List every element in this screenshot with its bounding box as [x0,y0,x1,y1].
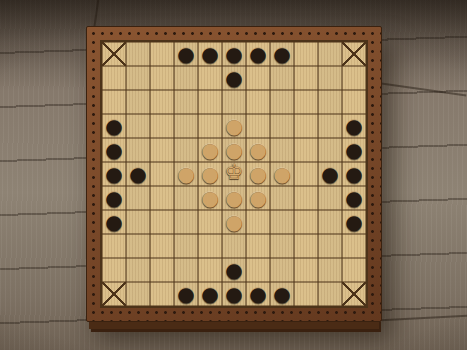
cell-a3[interactable] [102,234,126,258]
defender-piece-g6[interactable]: ● [249,164,266,184]
cell-c4[interactable] [150,210,174,234]
cell-b10[interactable] [126,66,150,90]
cell-f5[interactable]: ● [222,186,246,210]
defender-piece-f8[interactable]: ● [225,116,242,136]
cell-g10[interactable] [246,66,270,90]
cell-e1[interactable]: ● [198,282,222,306]
cell-g5[interactable]: ● [246,186,270,210]
cell-c9[interactable] [150,90,174,114]
cell-j1[interactable] [318,282,342,306]
cell-d8[interactable] [174,114,198,138]
cell-f3[interactable] [222,234,246,258]
cell-c10[interactable] [150,66,174,90]
cell-k10[interactable] [342,66,366,90]
cell-b3[interactable] [126,234,150,258]
cell-k3[interactable] [342,234,366,258]
cell-a11[interactable] [102,42,126,66]
cell-d9[interactable] [174,90,198,114]
cell-j8[interactable] [318,114,342,138]
attacker-piece-k7[interactable]: ● [345,140,362,160]
cell-a5[interactable]: ● [102,186,126,210]
cell-b5[interactable] [126,186,150,210]
cell-c5[interactable] [150,186,174,210]
attacker-piece-g1[interactable]: ● [249,284,266,304]
attacker-piece-a7[interactable]: ● [105,140,122,160]
cell-j11[interactable] [318,42,342,66]
attacker-piece-a8[interactable]: ● [105,116,122,136]
cell-e8[interactable] [198,114,222,138]
defender-piece-f4[interactable]: ● [225,212,242,232]
cell-g8[interactable] [246,114,270,138]
cell-e11[interactable]: ● [198,42,222,66]
cell-k11[interactable] [342,42,366,66]
cell-c8[interactable] [150,114,174,138]
cell-i6[interactable] [294,162,318,186]
cell-i11[interactable] [294,42,318,66]
cell-f4[interactable]: ● [222,210,246,234]
defender-piece-h6[interactable]: ● [273,164,290,184]
cell-d10[interactable] [174,66,198,90]
cell-e7[interactable]: ● [198,138,222,162]
cell-j2[interactable] [318,258,342,282]
cell-g4[interactable] [246,210,270,234]
cell-d11[interactable]: ● [174,42,198,66]
attacker-piece-f2[interactable]: ● [225,260,242,280]
cell-c7[interactable] [150,138,174,162]
cell-b1[interactable] [126,282,150,306]
cell-i5[interactable] [294,186,318,210]
photo-scene: ●●●●●●●●●●●●●●●●●●♚●●●●●●●●●●●●●●●●●● [0,0,467,350]
cell-e6[interactable]: ● [198,162,222,186]
cell-g9[interactable] [246,90,270,114]
cell-h2[interactable] [270,258,294,282]
cell-a2[interactable] [102,258,126,282]
cell-i1[interactable] [294,282,318,306]
attacker-piece-j6[interactable]: ● [321,164,338,184]
cell-c6[interactable] [150,162,174,186]
cell-j5[interactable] [318,186,342,210]
cell-k2[interactable] [342,258,366,282]
cell-f10[interactable]: ● [222,66,246,90]
cell-i10[interactable] [294,66,318,90]
cell-a8[interactable]: ● [102,114,126,138]
cell-h8[interactable] [270,114,294,138]
cell-h7[interactable] [270,138,294,162]
cell-c3[interactable] [150,234,174,258]
cell-j4[interactable] [318,210,342,234]
cell-j10[interactable] [318,66,342,90]
attacker-piece-e1[interactable]: ● [201,284,218,304]
cell-g11[interactable]: ● [246,42,270,66]
cell-e3[interactable] [198,234,222,258]
cell-a10[interactable] [102,66,126,90]
cell-k1[interactable] [342,282,366,306]
cell-f2[interactable]: ● [222,258,246,282]
cell-d3[interactable] [174,234,198,258]
attacker-piece-g11[interactable]: ● [249,44,266,64]
attacker-piece-k5[interactable]: ● [345,188,362,208]
attacker-piece-b6[interactable]: ● [129,164,146,184]
cell-b9[interactable] [126,90,150,114]
cell-h10[interactable] [270,66,294,90]
cell-a6[interactable]: ● [102,162,126,186]
attacker-piece-e11[interactable]: ● [201,44,218,64]
cell-g3[interactable] [246,234,270,258]
cell-b2[interactable] [126,258,150,282]
attacker-piece-h11[interactable]: ● [273,44,290,64]
defender-piece-g7[interactable]: ● [249,140,266,160]
cell-g6[interactable]: ● [246,162,270,186]
cell-d2[interactable] [174,258,198,282]
cell-b8[interactable] [126,114,150,138]
cell-i4[interactable] [294,210,318,234]
cell-c11[interactable] [150,42,174,66]
hnefatafl-board: ●●●●●●●●●●●●●●●●●●♚●●●●●●●●●●●●●●●●●● [86,26,382,322]
attacker-piece-f11[interactable]: ● [225,44,242,64]
attacker-piece-a6[interactable]: ● [105,164,122,184]
cell-e9[interactable] [198,90,222,114]
cell-h6[interactable]: ● [270,162,294,186]
cell-j6[interactable]: ● [318,162,342,186]
attacker-piece-a5[interactable]: ● [105,188,122,208]
cell-h4[interactable] [270,210,294,234]
cell-k7[interactable]: ● [342,138,366,162]
cell-h1[interactable]: ● [270,282,294,306]
cell-i2[interactable] [294,258,318,282]
cell-d5[interactable] [174,186,198,210]
cell-k8[interactable]: ● [342,114,366,138]
attacker-piece-k6[interactable]: ● [345,164,362,184]
attacker-piece-k8[interactable]: ● [345,116,362,136]
cell-j3[interactable] [318,234,342,258]
attacker-piece-a4[interactable]: ● [105,212,122,232]
cell-g1[interactable]: ● [246,282,270,306]
cell-h3[interactable] [270,234,294,258]
cell-h5[interactable] [270,186,294,210]
attacker-piece-f1[interactable]: ● [225,284,242,304]
defender-piece-d6[interactable]: ● [177,164,194,184]
cell-f6[interactable]: ♚ [222,162,246,186]
cell-f9[interactable] [222,90,246,114]
king-piece-f6[interactable]: ♚ [225,162,244,183]
cell-j7[interactable] [318,138,342,162]
defender-piece-e5[interactable]: ● [201,188,218,208]
defender-piece-e6[interactable]: ● [201,164,218,184]
cell-g7[interactable]: ● [246,138,270,162]
cell-d1[interactable]: ● [174,282,198,306]
cell-i9[interactable] [294,90,318,114]
cell-f8[interactable]: ● [222,114,246,138]
cell-f1[interactable]: ● [222,282,246,306]
attacker-piece-d1[interactable]: ● [177,284,194,304]
cell-d6[interactable]: ● [174,162,198,186]
defender-piece-f7[interactable]: ● [225,140,242,160]
cell-a9[interactable] [102,90,126,114]
cell-a4[interactable]: ● [102,210,126,234]
cell-c2[interactable] [150,258,174,282]
cell-c1[interactable] [150,282,174,306]
cell-b6[interactable]: ● [126,162,150,186]
defender-piece-f5[interactable]: ● [225,188,242,208]
cell-k6[interactable]: ● [342,162,366,186]
cell-e2[interactable] [198,258,222,282]
cell-i8[interactable] [294,114,318,138]
cell-h9[interactable] [270,90,294,114]
attacker-piece-k4[interactable]: ● [345,212,362,232]
cell-d7[interactable] [174,138,198,162]
cell-b4[interactable] [126,210,150,234]
defender-piece-g5[interactable]: ● [249,188,266,208]
cell-g2[interactable] [246,258,270,282]
defender-piece-e7[interactable]: ● [201,140,218,160]
board-grid: ●●●●●●●●●●●●●●●●●●♚●●●●●●●●●●●●●●●●●● [100,40,368,308]
cell-a1[interactable] [102,282,126,306]
cell-i3[interactable] [294,234,318,258]
cell-e10[interactable] [198,66,222,90]
cell-d4[interactable] [174,210,198,234]
cell-e4[interactable] [198,210,222,234]
cell-f11[interactable]: ● [222,42,246,66]
attacker-piece-f10[interactable]: ● [225,68,242,88]
cell-a7[interactable]: ● [102,138,126,162]
attacker-piece-d11[interactable]: ● [177,44,194,64]
cell-j9[interactable] [318,90,342,114]
cell-k5[interactable]: ● [342,186,366,210]
cell-h11[interactable]: ● [270,42,294,66]
cell-i7[interactable] [294,138,318,162]
cell-k4[interactable]: ● [342,210,366,234]
cell-b7[interactable] [126,138,150,162]
cell-f7[interactable]: ● [222,138,246,162]
attacker-piece-h1[interactable]: ● [273,284,290,304]
cell-b11[interactable] [126,42,150,66]
cell-e5[interactable]: ● [198,186,222,210]
cell-k9[interactable] [342,90,366,114]
